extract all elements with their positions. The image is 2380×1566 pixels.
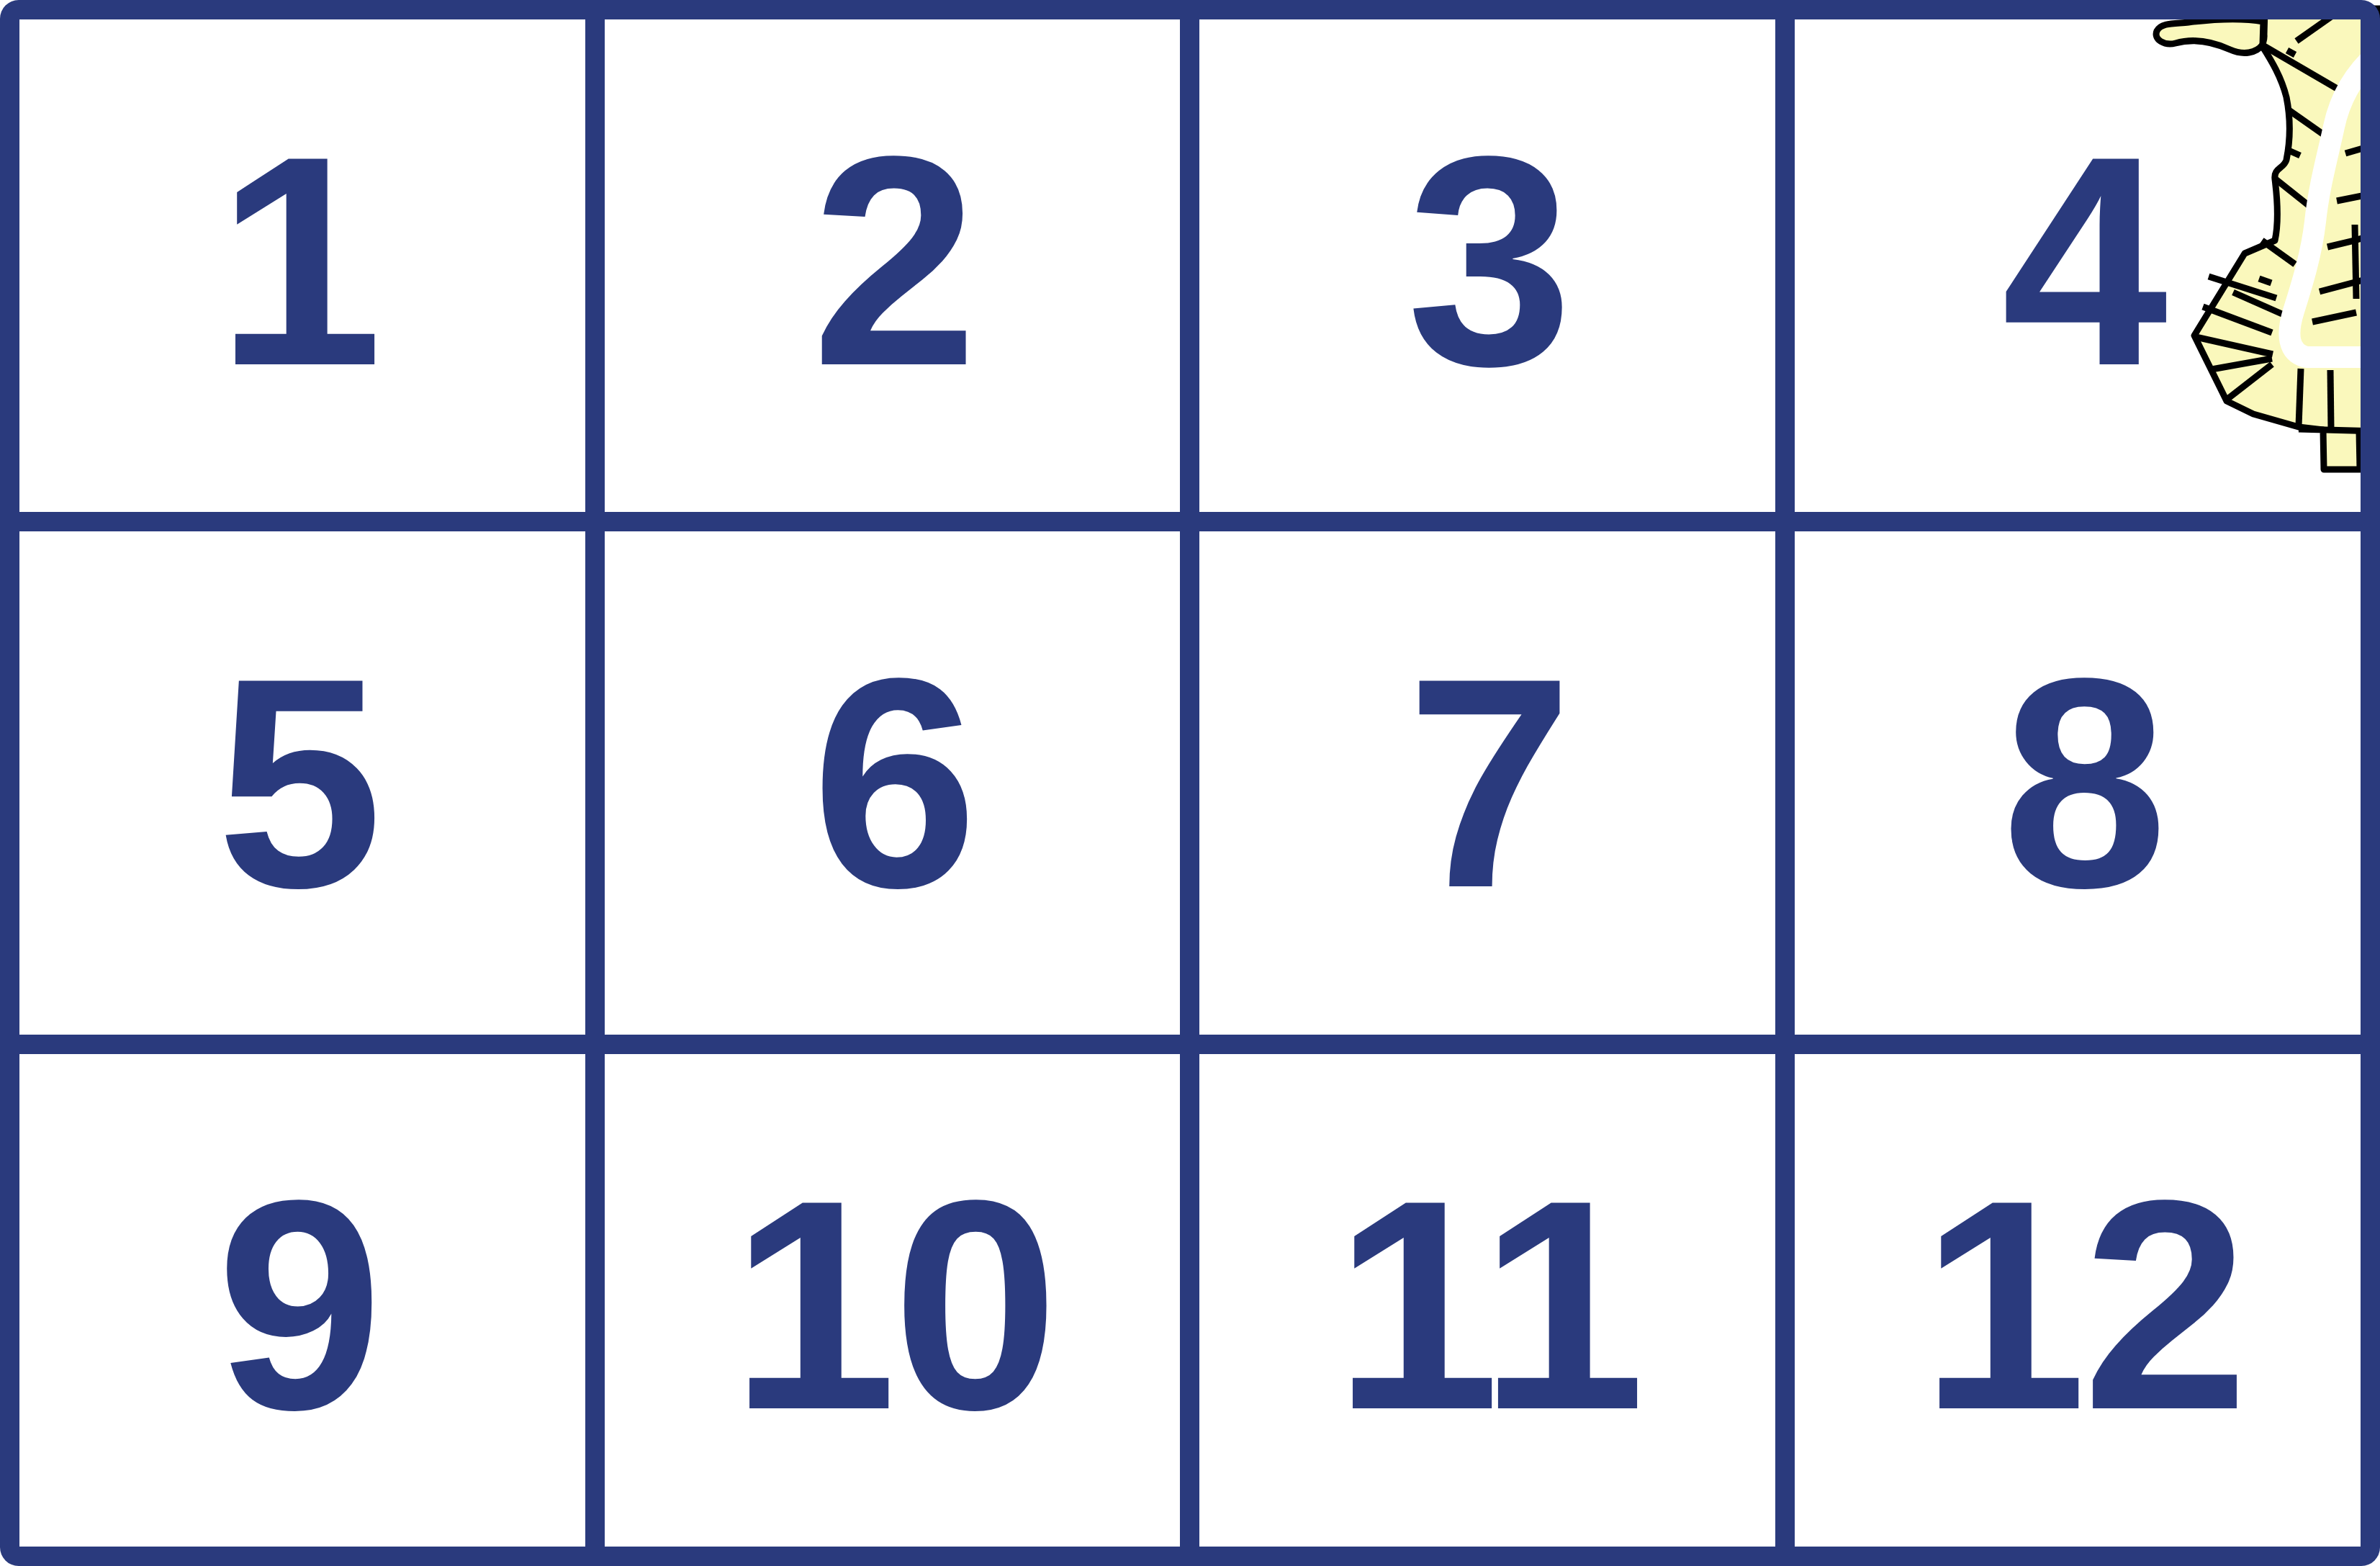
grid-cell-11: 11 (1190, 1044, 1785, 1566)
cell-number-8: 8 (2001, 634, 2163, 932)
cell-number-12: 12 (1921, 1156, 2245, 1454)
cell-number-3: 3 (1407, 112, 1569, 410)
cell-number-10: 10 (731, 1156, 1055, 1454)
cell-number-9: 9 (217, 1156, 379, 1454)
cell-number-7: 7 (1407, 634, 1569, 932)
grid-cell-8: 8 (1785, 522, 2380, 1044)
grid-cell-10: 10 (595, 1044, 1191, 1566)
cell-number-2: 2 (811, 112, 973, 410)
grid-cell-6: 6 (595, 522, 1191, 1044)
grid-cell-12: 12 (1785, 1044, 2380, 1566)
map-index-board: 1 2 3 4 5 6 7 8 9 10 11 12 (0, 0, 2380, 1566)
grid-cell-1: 1 (0, 0, 595, 522)
cell-number-6: 6 (811, 634, 973, 932)
cell-number-4: 4 (2001, 112, 2163, 410)
cell-number-11: 11 (1334, 1156, 1641, 1454)
cell-number-5: 5 (217, 634, 379, 932)
grid-cell-9: 9 (0, 1044, 595, 1566)
grid-cell-7: 7 (1190, 522, 1785, 1044)
grid-cell-5: 5 (0, 522, 595, 1044)
grid-cell-3: 3 (1190, 0, 1785, 522)
index-grid: 1 2 3 4 5 6 7 8 9 10 11 12 (0, 0, 2380, 1566)
cell-number-1: 1 (217, 112, 379, 410)
grid-cell-2: 2 (595, 0, 1191, 522)
grid-cell-4: 4 (1785, 0, 2380, 522)
